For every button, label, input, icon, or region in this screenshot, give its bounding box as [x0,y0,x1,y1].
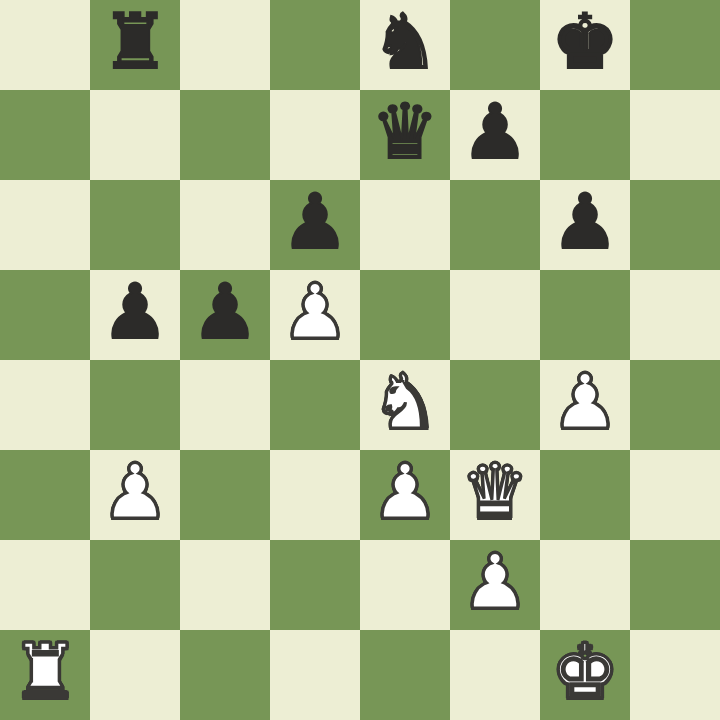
piece-white-rook[interactable]: ♜ [11,627,79,717]
square-f6[interactable] [450,180,540,270]
square-b3[interactable]: ♟ [90,450,180,540]
piece-white-pawn[interactable]: ♟ [101,447,169,537]
square-d7[interactable] [270,90,360,180]
piece-white-pawn[interactable]: ♟ [551,357,619,447]
square-f5[interactable] [450,270,540,360]
square-b5[interactable]: ♟ [90,270,180,360]
piece-black-pawn[interactable]: ♟ [101,267,169,357]
square-h6[interactable] [630,180,720,270]
square-e8[interactable]: ♞ [360,0,450,90]
square-b2[interactable] [90,540,180,630]
chess-board: ♜♞♚♛♟♟♟♟♟♟♞♟♟♟♛♟♜♚ [0,0,720,720]
piece-black-queen[interactable]: ♛ [371,87,439,177]
piece-black-pawn[interactable]: ♟ [191,267,259,357]
square-b4[interactable] [90,360,180,450]
square-g1[interactable]: ♚ [540,630,630,720]
square-b7[interactable] [90,90,180,180]
square-c2[interactable] [180,540,270,630]
square-f7[interactable]: ♟ [450,90,540,180]
square-f1[interactable] [450,630,540,720]
square-a2[interactable] [0,540,90,630]
square-g7[interactable] [540,90,630,180]
square-e2[interactable] [360,540,450,630]
square-d4[interactable] [270,360,360,450]
square-b1[interactable] [90,630,180,720]
square-f3[interactable]: ♛ [450,450,540,540]
piece-white-pawn[interactable]: ♟ [281,267,349,357]
square-c7[interactable] [180,90,270,180]
square-c1[interactable] [180,630,270,720]
piece-black-pawn[interactable]: ♟ [461,87,529,177]
square-c3[interactable] [180,450,270,540]
square-a5[interactable] [0,270,90,360]
square-h3[interactable] [630,450,720,540]
square-a6[interactable] [0,180,90,270]
square-e6[interactable] [360,180,450,270]
square-a4[interactable] [0,360,90,450]
square-f8[interactable] [450,0,540,90]
square-e3[interactable]: ♟ [360,450,450,540]
square-d3[interactable] [270,450,360,540]
square-d2[interactable] [270,540,360,630]
square-a7[interactable] [0,90,90,180]
piece-black-pawn[interactable]: ♟ [551,177,619,267]
square-d1[interactable] [270,630,360,720]
square-h5[interactable] [630,270,720,360]
square-h2[interactable] [630,540,720,630]
square-g2[interactable] [540,540,630,630]
square-f4[interactable] [450,360,540,450]
square-f2[interactable]: ♟ [450,540,540,630]
piece-black-rook[interactable]: ♜ [101,0,169,87]
piece-white-king[interactable]: ♚ [551,627,619,717]
piece-white-pawn[interactable]: ♟ [371,447,439,537]
piece-white-pawn[interactable]: ♟ [461,537,529,627]
square-h4[interactable] [630,360,720,450]
square-e5[interactable] [360,270,450,360]
square-a3[interactable] [0,450,90,540]
piece-black-king[interactable]: ♚ [551,0,619,87]
piece-white-queen[interactable]: ♛ [461,447,529,537]
square-h1[interactable] [630,630,720,720]
piece-black-pawn[interactable]: ♟ [281,177,349,267]
square-g3[interactable] [540,450,630,540]
square-h8[interactable] [630,0,720,90]
piece-black-knight[interactable]: ♞ [371,0,439,87]
piece-white-knight[interactable]: ♞ [371,357,439,447]
square-g4[interactable]: ♟ [540,360,630,450]
square-c6[interactable] [180,180,270,270]
square-h7[interactable] [630,90,720,180]
square-d6[interactable]: ♟ [270,180,360,270]
square-d8[interactable] [270,0,360,90]
square-e7[interactable]: ♛ [360,90,450,180]
square-c4[interactable] [180,360,270,450]
square-b8[interactable]: ♜ [90,0,180,90]
square-g5[interactable] [540,270,630,360]
square-e4[interactable]: ♞ [360,360,450,450]
square-g8[interactable]: ♚ [540,0,630,90]
square-a1[interactable]: ♜ [0,630,90,720]
square-c5[interactable]: ♟ [180,270,270,360]
square-c8[interactable] [180,0,270,90]
square-e1[interactable] [360,630,450,720]
square-b6[interactable] [90,180,180,270]
square-g6[interactable]: ♟ [540,180,630,270]
square-d5[interactable]: ♟ [270,270,360,360]
square-a8[interactable] [0,0,90,90]
